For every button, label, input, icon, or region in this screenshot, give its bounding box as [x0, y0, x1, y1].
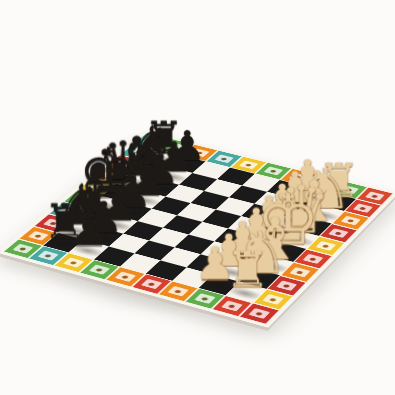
product-photo-background: { "game": "chess", "scene_type": "overhe…	[0, 0, 395, 395]
chess-board: ♜♟♟♜♞♟♟♞♝♟♟♝♛♟♟♛♚♟♟♚♝♟♟♝♞♟♟♞♜♟♟♜	[0, 130, 395, 328]
border-track-tile	[79, 260, 120, 280]
chess-set-photo: ♜♟♟♜♞♟♟♞♝♟♟♝♛♟♟♛♚♟♟♚♝♟♟♝♞♟♟♞♜♟♟♜	[0, 0, 395, 395]
board-scene: ♜♟♟♜♞♟♟♞♝♟♟♝♛♟♟♛♚♟♟♚♝♟♟♝♞♟♟♞♜♟♟♜	[0, 0, 395, 395]
